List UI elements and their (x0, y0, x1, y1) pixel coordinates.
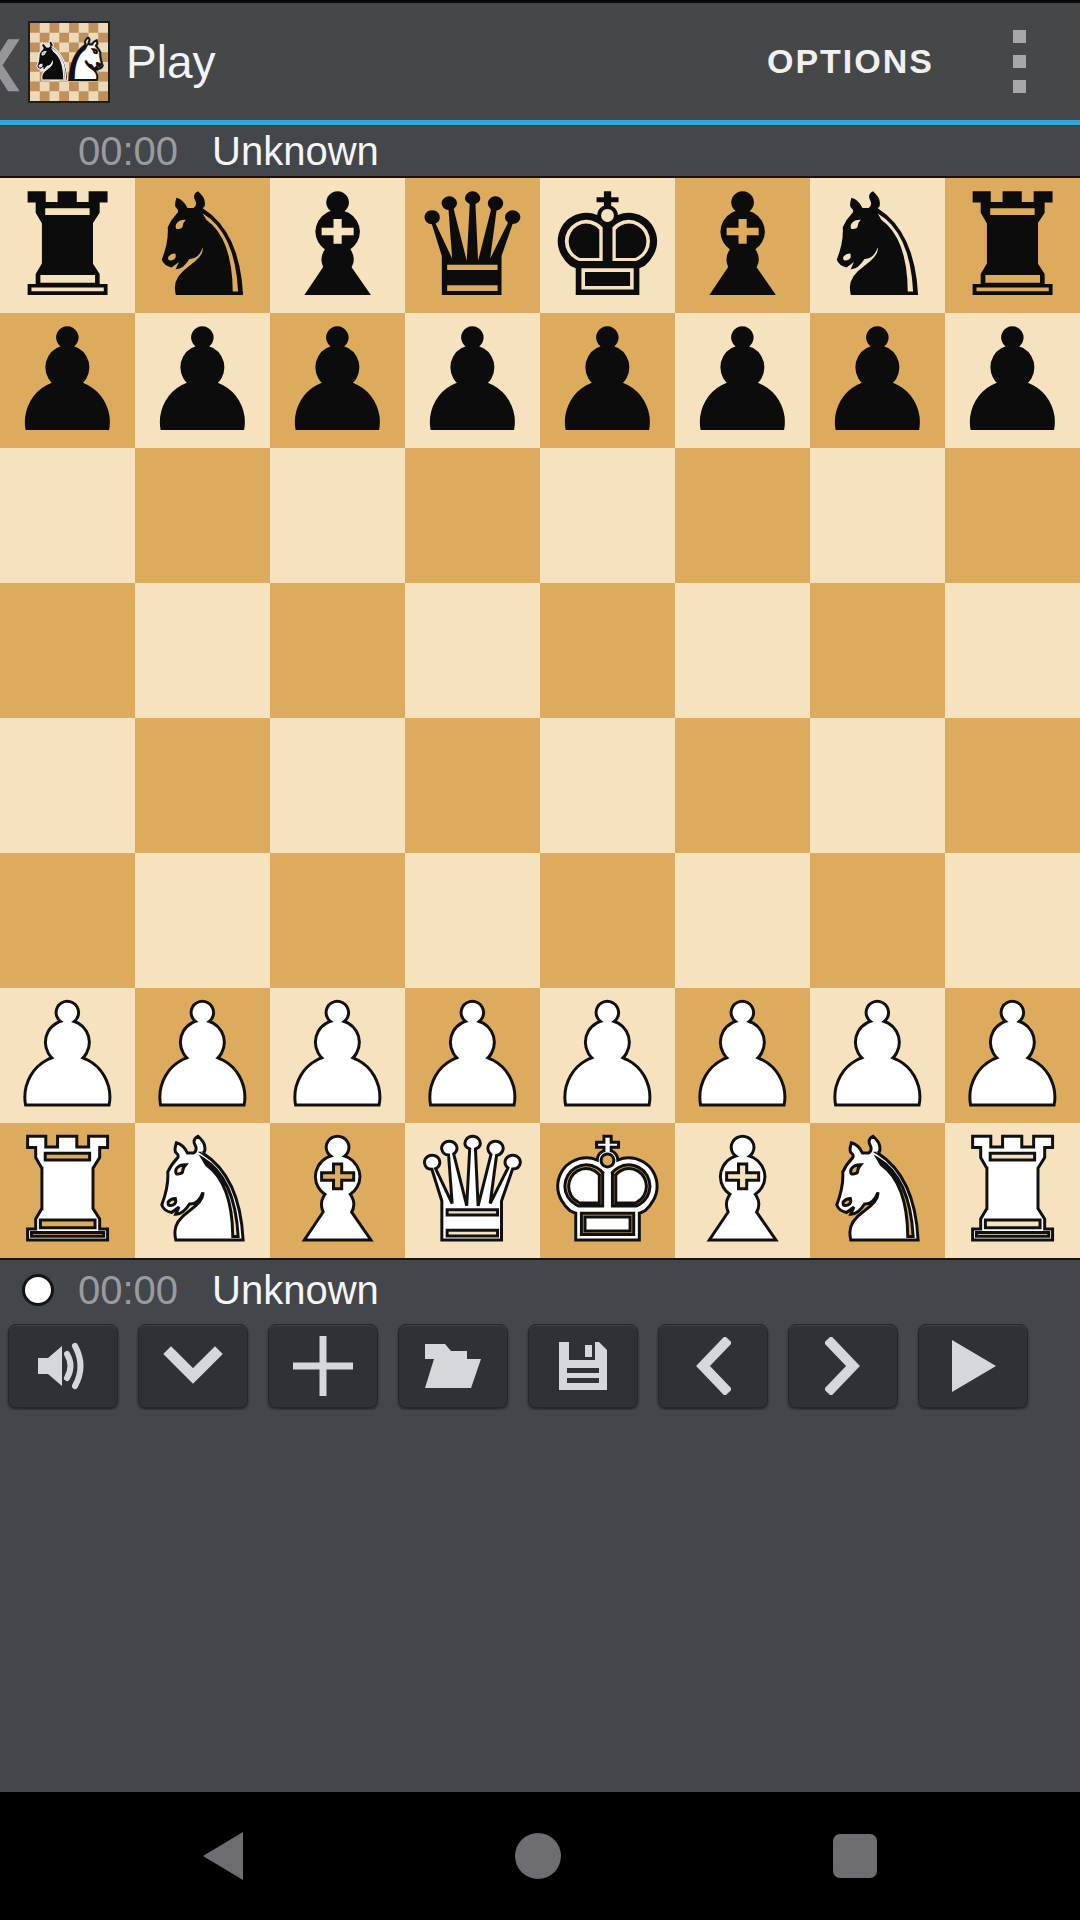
square-e4[interactable] (540, 718, 675, 853)
chevron-down-icon (163, 1346, 223, 1386)
black-pawn: ♟ (544, 313, 671, 448)
square-h7[interactable]: ♟ (945, 313, 1080, 448)
play-engine-button[interactable] (918, 1324, 1028, 1408)
white-pawn: ♟ (4, 988, 131, 1123)
square-a7[interactable]: ♟ (0, 313, 135, 448)
black-knight: ♞ (139, 178, 266, 313)
white-queen: ♛ (409, 1123, 536, 1258)
nav-home-icon[interactable] (515, 1833, 561, 1879)
square-b1[interactable]: ♞ (135, 1123, 270, 1258)
square-c3[interactable] (270, 853, 405, 988)
white-to-move-indicator (22, 1274, 54, 1306)
black-pawn: ♟ (274, 313, 401, 448)
square-g5[interactable] (810, 583, 945, 718)
square-b2[interactable]: ♟ (135, 988, 270, 1123)
square-d4[interactable] (405, 718, 540, 853)
square-h1[interactable]: ♜ (945, 1123, 1080, 1258)
black-knight: ♞ (814, 178, 941, 313)
white-king: ♚ (544, 1123, 671, 1258)
square-b8[interactable]: ♞ (135, 178, 270, 313)
black-rook: ♜ (4, 178, 131, 313)
square-h3[interactable] (945, 853, 1080, 988)
square-c7[interactable]: ♟ (270, 313, 405, 448)
black-pawn: ♟ (409, 313, 536, 448)
black-bishop: ♝ (274, 178, 401, 313)
save-file-button[interactable] (528, 1324, 638, 1408)
square-d3[interactable] (405, 853, 540, 988)
square-b7[interactable]: ♟ (135, 313, 270, 448)
white-knight: ♞ (814, 1123, 941, 1258)
page-title: Play (126, 35, 215, 89)
save-floppy-icon (555, 1338, 611, 1394)
black-pawn: ♟ (4, 313, 131, 448)
square-d8[interactable]: ♛ (405, 178, 540, 313)
white-pawn: ♟ (679, 988, 806, 1123)
white-pawn: ♟ (409, 988, 536, 1123)
square-d5[interactable] (405, 583, 540, 718)
black-pawn: ♟ (814, 313, 941, 448)
square-a5[interactable] (0, 583, 135, 718)
white-knight: ♞ (139, 1123, 266, 1258)
white-knight-logo-icon: ♞ (60, 31, 110, 89)
square-h5[interactable] (945, 583, 1080, 718)
square-d6[interactable] (405, 448, 540, 583)
square-f6[interactable] (675, 448, 810, 583)
options-button[interactable]: OPTIONS (767, 42, 934, 81)
empty-area (0, 1410, 1080, 1792)
white-pawn: ♟ (814, 988, 941, 1123)
square-c5[interactable] (270, 583, 405, 718)
square-h6[interactable] (945, 448, 1080, 583)
black-pawn: ♟ (679, 313, 806, 448)
square-c8[interactable]: ♝ (270, 178, 405, 313)
black-rook: ♜ (949, 178, 1076, 313)
black-pawn: ♟ (139, 313, 266, 448)
square-b3[interactable] (135, 853, 270, 988)
white-rook: ♜ (4, 1123, 131, 1258)
play-triangle-icon (948, 1338, 998, 1394)
chess-board[interactable]: ♜♞♝♛♚♝♞♜♟♟♟♟♟♟♟♟♟♟♟♟♟♟♟♟♜♞♝♛♚♝♞♜ (0, 178, 1080, 1258)
bottom-player-clock: 00:00 (78, 1268, 212, 1313)
collapse-button[interactable] (138, 1324, 248, 1408)
square-e7[interactable]: ♟ (540, 313, 675, 448)
square-d2[interactable]: ♟ (405, 988, 540, 1123)
black-king: ♚ (544, 178, 671, 313)
square-e6[interactable] (540, 448, 675, 583)
square-a8[interactable]: ♜ (0, 178, 135, 313)
square-d7[interactable]: ♟ (405, 313, 540, 448)
white-rook: ♜ (949, 1123, 1076, 1258)
square-c6[interactable] (270, 448, 405, 583)
square-f4[interactable] (675, 718, 810, 853)
square-e8[interactable]: ♚ (540, 178, 675, 313)
overflow-menu-icon[interactable] (1013, 30, 1026, 93)
square-e5[interactable] (540, 583, 675, 718)
square-b6[interactable] (135, 448, 270, 583)
white-pawn: ♟ (949, 988, 1076, 1123)
app-logo-icon: ♞ ♞ (28, 21, 110, 103)
square-h2[interactable]: ♟ (945, 988, 1080, 1123)
android-nav-bar (0, 1792, 1080, 1920)
square-d1[interactable]: ♛ (405, 1123, 540, 1258)
new-game-button[interactable] (268, 1324, 378, 1408)
nav-recents-icon[interactable] (833, 1834, 877, 1878)
square-a4[interactable] (0, 718, 135, 853)
square-f3[interactable] (675, 853, 810, 988)
speaker-icon (34, 1340, 92, 1392)
plus-icon (290, 1333, 356, 1399)
folder-open-icon (421, 1340, 485, 1392)
square-a1[interactable]: ♜ (0, 1123, 135, 1258)
white-bishop: ♝ (679, 1123, 806, 1258)
square-h8[interactable]: ♜ (945, 178, 1080, 313)
black-bishop: ♝ (679, 178, 806, 313)
square-g4[interactable] (810, 718, 945, 853)
square-f7[interactable]: ♟ (675, 313, 810, 448)
chevron-right-icon (825, 1337, 861, 1395)
move-back-button[interactable] (658, 1324, 768, 1408)
square-f1[interactable]: ♝ (675, 1123, 810, 1258)
phone-screen: ❮ ♞ ♞ Play OPTIONS 00:00 Unknown ♜♞♝♛♚♝♞… (0, 0, 1080, 1920)
square-h4[interactable] (945, 718, 1080, 853)
square-g3[interactable] (810, 853, 945, 988)
square-e3[interactable] (540, 853, 675, 988)
square-a6[interactable] (0, 448, 135, 583)
square-c1[interactable]: ♝ (270, 1123, 405, 1258)
toolbar (0, 1322, 1080, 1410)
black-pawn: ♟ (949, 313, 1076, 448)
square-b4[interactable] (135, 718, 270, 853)
square-a2[interactable]: ♟ (0, 988, 135, 1123)
square-f8[interactable]: ♝ (675, 178, 810, 313)
square-b5[interactable] (135, 583, 270, 718)
square-c4[interactable] (270, 718, 405, 853)
square-a3[interactable] (0, 853, 135, 988)
white-pawn: ♟ (139, 988, 266, 1123)
white-bishop: ♝ (274, 1123, 401, 1258)
move-forward-button[interactable] (788, 1324, 898, 1408)
nav-back-icon[interactable] (203, 1832, 243, 1880)
open-file-button[interactable] (398, 1324, 508, 1408)
square-e1[interactable]: ♚ (540, 1123, 675, 1258)
square-g8[interactable]: ♞ (810, 178, 945, 313)
chevron-left-icon (695, 1337, 731, 1395)
back-chevron-icon[interactable]: ❮ (0, 3, 20, 120)
square-e2[interactable]: ♟ (540, 988, 675, 1123)
white-pawn: ♟ (544, 988, 671, 1123)
square-g7[interactable]: ♟ (810, 313, 945, 448)
square-f2[interactable]: ♟ (675, 988, 810, 1123)
bottom-player-name: Unknown (212, 1268, 379, 1313)
square-f5[interactable] (675, 583, 810, 718)
black-queen: ♛ (409, 178, 536, 313)
square-g1[interactable]: ♞ (810, 1123, 945, 1258)
square-c2[interactable]: ♟ (270, 988, 405, 1123)
square-g6[interactable] (810, 448, 945, 583)
app-bar: ❮ ♞ ♞ Play OPTIONS (0, 3, 1080, 120)
sound-button[interactable] (8, 1324, 118, 1408)
white-pawn: ♟ (274, 988, 401, 1123)
square-g2[interactable]: ♟ (810, 988, 945, 1123)
